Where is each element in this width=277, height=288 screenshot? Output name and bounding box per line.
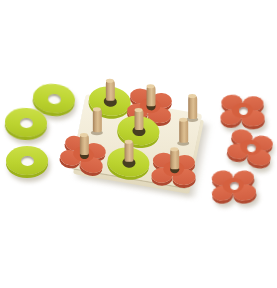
peg[interactable] (146, 85, 155, 106)
orange-flower-piece[interactable] (209, 166, 259, 206)
peg[interactable] (92, 108, 101, 132)
peg[interactable] (179, 119, 188, 143)
peg[interactable] (79, 134, 88, 155)
tic-tac-toe-board (71, 94, 202, 188)
cell-r3c3[interactable] (148, 157, 192, 188)
peg[interactable] (188, 95, 197, 119)
loose-flower-3[interactable] (209, 166, 259, 206)
loose-ring-2[interactable] (4, 107, 47, 138)
peg[interactable] (105, 80, 114, 101)
peg[interactable] (134, 109, 143, 130)
peg[interactable] (124, 141, 133, 162)
green-ring-piece[interactable] (4, 107, 47, 138)
product-photo-scene (0, 0, 277, 288)
peg[interactable] (170, 148, 179, 169)
green-ring-piece[interactable] (6, 146, 48, 175)
orange-flower-piece[interactable] (226, 128, 277, 169)
orange-flower-piece[interactable] (219, 92, 267, 129)
loose-ring-3[interactable] (6, 146, 48, 175)
loose-flower-2[interactable] (226, 128, 277, 169)
loose-flower-1[interactable] (219, 92, 267, 129)
